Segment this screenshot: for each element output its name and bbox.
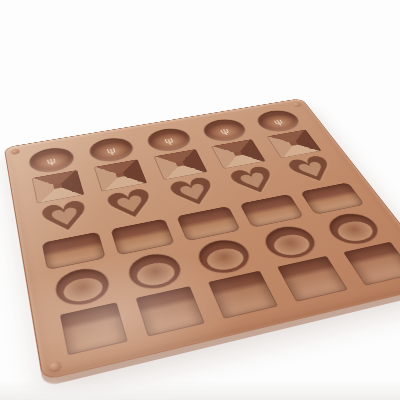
heart-floor-icon: ♥ <box>50 214 81 220</box>
cavity-dome: ψ <box>86 135 136 164</box>
cavity-heart: ♥♥ <box>163 175 224 211</box>
cavity-cylinder <box>259 223 322 262</box>
cavity-dome: ψ <box>144 126 194 154</box>
cavity-grid: ψψψψψ♥♥♥♥♥♥♥♥♥♥ <box>23 107 400 356</box>
cavity-dome: ψ <box>27 145 76 175</box>
corner-rivet-icon <box>49 360 62 371</box>
cavity-dome: ψ <box>252 108 303 134</box>
heart-floor-icon: ♥ <box>299 167 325 172</box>
cavity-heart: ♥♥ <box>281 153 343 186</box>
heart-floor-icon: ♥ <box>240 178 267 183</box>
cavity-cylinder <box>53 265 113 310</box>
flower-imprint-icon: ψ <box>272 118 285 126</box>
cavity-cylinder <box>322 210 385 248</box>
heart-floor-icon: ♥ <box>179 189 207 194</box>
corner-rivet-icon <box>292 102 302 107</box>
cavity-heart: ♥♥ <box>223 164 285 199</box>
silicone-mold: ψψψψψ♥♥♥♥♥♥♥♥♥♥ <box>4 98 400 381</box>
cavity-cube <box>135 286 204 337</box>
background-fade <box>0 380 400 400</box>
product-photo: ψψψψψ♥♥♥♥♥♥♥♥♥♥ <box>0 0 400 400</box>
cavity-heart: ♥♥ <box>101 186 162 224</box>
cavity-cylinder <box>125 250 186 293</box>
cavity-cube <box>343 242 400 286</box>
cavity-heart: ♥♥ <box>36 198 96 237</box>
corner-rivet-icon <box>11 149 20 155</box>
flower-imprint-icon: ψ <box>106 146 118 155</box>
cavity-cube <box>208 271 278 319</box>
cavity-cube <box>277 256 348 302</box>
cavity-cube <box>59 302 127 355</box>
flower-imprint-icon: ψ <box>163 136 175 145</box>
cavity-cylinder <box>194 237 256 278</box>
flower-imprint-icon: ψ <box>46 156 57 165</box>
heart-floor-icon: ♥ <box>116 201 146 207</box>
flower-imprint-icon: ψ <box>218 127 230 135</box>
cavity-dome: ψ <box>199 117 250 144</box>
